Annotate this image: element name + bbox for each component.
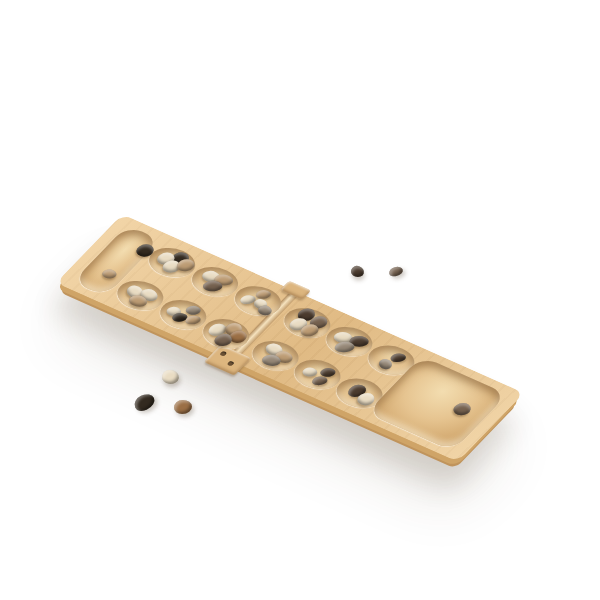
hinge-screw	[219, 351, 227, 357]
loose-stone	[131, 391, 156, 413]
loose-stone	[161, 369, 180, 385]
hinge-screw	[227, 361, 235, 367]
loose-stone	[349, 264, 365, 279]
mancala-board	[56, 214, 524, 462]
photo-scene	[0, 0, 600, 600]
loose-stone	[388, 265, 404, 277]
loose-stone	[174, 400, 192, 414]
